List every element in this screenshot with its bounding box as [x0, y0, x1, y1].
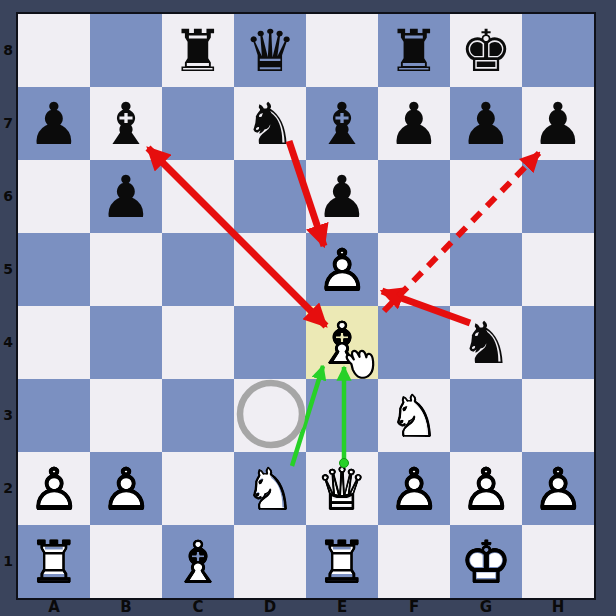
square-e7[interactable]: ♝ — [306, 87, 378, 160]
square-a2[interactable]: ♟♙ — [18, 452, 90, 525]
piece-outline: ♖ — [18, 525, 90, 598]
square-b6[interactable]: ♟ — [90, 160, 162, 233]
square-g4[interactable]: ♞ — [450, 306, 522, 379]
piece-outline: ♙ — [450, 452, 522, 525]
rank-label-2: 2 — [0, 478, 16, 498]
square-h2[interactable]: ♟♙ — [522, 452, 594, 525]
file-label-g: G — [450, 598, 522, 616]
piece-outline: ♗ — [162, 525, 234, 598]
piece-outline: ♗ — [306, 306, 378, 379]
file-label-a: A — [18, 598, 90, 616]
piece-outline: ♖ — [306, 525, 378, 598]
square-c6[interactable] — [162, 160, 234, 233]
piece-outline: ♕ — [306, 452, 378, 525]
piece-white-king-g1[interactable]: ♚♔ — [450, 525, 522, 598]
square-a6[interactable] — [18, 160, 90, 233]
piece-black-bishop-b7[interactable]: ♝ — [90, 87, 162, 160]
file-label-d: D — [234, 598, 306, 616]
square-c8[interactable]: ♜ — [162, 14, 234, 87]
square-a1[interactable]: ♜♖ — [18, 525, 90, 598]
piece-white-pawn-e5[interactable]: ♟♙ — [306, 233, 378, 306]
square-b4[interactable] — [90, 306, 162, 379]
square-h7[interactable]: ♟ — [522, 87, 594, 160]
rank-label-3: 3 — [0, 405, 16, 425]
square-b8[interactable] — [90, 14, 162, 87]
square-b3[interactable] — [90, 379, 162, 452]
square-b1[interactable] — [90, 525, 162, 598]
square-e3[interactable] — [306, 379, 378, 452]
piece-white-pawn-b2[interactable]: ♟♙ — [90, 452, 162, 525]
piece-black-king-g8[interactable]: ♚ — [450, 14, 522, 87]
piece-outline: ♙ — [378, 452, 450, 525]
square-c2[interactable] — [162, 452, 234, 525]
square-a3[interactable] — [18, 379, 90, 452]
piece-black-queen-d8[interactable]: ♛ — [234, 14, 306, 87]
piece-white-rook-e1[interactable]: ♜♖ — [306, 525, 378, 598]
piece-black-knight-d7[interactable]: ♞ — [234, 87, 306, 160]
piece-white-pawn-f2[interactable]: ♟♙ — [378, 452, 450, 525]
piece-black-knight-g4[interactable]: ♞ — [450, 306, 522, 379]
rank-label-6: 6 — [0, 186, 16, 206]
piece-white-queen-e2[interactable]: ♛♕ — [306, 452, 378, 525]
square-d2[interactable]: ♞♘ — [234, 452, 306, 525]
file-label-c: C — [162, 598, 234, 616]
chess-app: ♜♛♜♚♟♝♞♝♟♟♟♟♟♟♙♝♗♞♞♘♟♙♟♙♞♘♛♕♟♙♟♙♟♙♜♖♝♗♜♖… — [0, 0, 616, 616]
rank-label-4: 4 — [0, 332, 16, 352]
square-c3[interactable] — [162, 379, 234, 452]
square-g8[interactable]: ♚ — [450, 14, 522, 87]
chess-board: ♜♛♜♚♟♝♞♝♟♟♟♟♟♟♙♝♗♞♞♘♟♙♟♙♞♘♛♕♟♙♟♙♟♙♜♖♝♗♜♖… — [16, 12, 596, 600]
piece-outline: ♙ — [306, 233, 378, 306]
rank-label-5: 5 — [0, 259, 16, 279]
square-f8[interactable]: ♜ — [378, 14, 450, 87]
piece-black-pawn-g7[interactable]: ♟ — [450, 87, 522, 160]
square-e5[interactable]: ♟♙ — [306, 233, 378, 306]
piece-outline: ♙ — [18, 452, 90, 525]
square-e1[interactable]: ♜♖ — [306, 525, 378, 598]
square-h3[interactable] — [522, 379, 594, 452]
piece-outline: ♙ — [90, 452, 162, 525]
square-f7[interactable]: ♟ — [378, 87, 450, 160]
piece-outline: ♘ — [378, 379, 450, 452]
square-a8[interactable] — [18, 14, 90, 87]
file-label-h: H — [522, 598, 594, 616]
piece-black-pawn-b6[interactable]: ♟ — [90, 160, 162, 233]
square-e6[interactable]: ♟ — [306, 160, 378, 233]
square-f4[interactable] — [378, 306, 450, 379]
square-g7[interactable]: ♟ — [450, 87, 522, 160]
square-d8[interactable]: ♛ — [234, 14, 306, 87]
square-f1[interactable] — [378, 525, 450, 598]
square-b2[interactable]: ♟♙ — [90, 452, 162, 525]
piece-outline: ♙ — [522, 452, 594, 525]
piece-outline: ♘ — [234, 452, 306, 525]
square-g5[interactable] — [450, 233, 522, 306]
rank-label-8: 8 — [0, 40, 16, 60]
piece-white-pawn-a2[interactable]: ♟♙ — [18, 452, 90, 525]
rank-label-1: 1 — [0, 551, 16, 571]
piece-black-pawn-h7[interactable]: ♟ — [522, 87, 594, 160]
square-c4[interactable] — [162, 306, 234, 379]
square-d3[interactable] — [234, 379, 306, 452]
square-h6[interactable] — [522, 160, 594, 233]
square-b5[interactable] — [90, 233, 162, 306]
piece-outline: ♔ — [450, 525, 522, 598]
piece-black-rook-f8[interactable]: ♜ — [378, 14, 450, 87]
file-label-f: F — [378, 598, 450, 616]
square-a5[interactable] — [18, 233, 90, 306]
square-a4[interactable] — [18, 306, 90, 379]
square-c1[interactable]: ♝♗ — [162, 525, 234, 598]
piece-white-knight-f3[interactable]: ♞♘ — [378, 379, 450, 452]
piece-black-pawn-f7[interactable]: ♟ — [378, 87, 450, 160]
square-h5[interactable] — [522, 233, 594, 306]
square-d1[interactable] — [234, 525, 306, 598]
square-e8[interactable] — [306, 14, 378, 87]
square-g2[interactable]: ♟♙ — [450, 452, 522, 525]
square-h8[interactable] — [522, 14, 594, 87]
square-d5[interactable] — [234, 233, 306, 306]
square-c7[interactable] — [162, 87, 234, 160]
square-g1[interactable]: ♚♔ — [450, 525, 522, 598]
piece-white-rook-a1[interactable]: ♜♖ — [18, 525, 90, 598]
file-label-e: E — [306, 598, 378, 616]
square-g6[interactable] — [450, 160, 522, 233]
square-h4[interactable] — [522, 306, 594, 379]
square-f2[interactable]: ♟♙ — [378, 452, 450, 525]
square-g3[interactable] — [450, 379, 522, 452]
rank-label-7: 7 — [0, 113, 16, 133]
piece-white-pawn-h2[interactable]: ♟♙ — [522, 452, 594, 525]
piece-black-pawn-e6[interactable]: ♟ — [306, 160, 378, 233]
square-e4[interactable]: ♝♗ — [306, 306, 378, 379]
square-d7[interactable]: ♞ — [234, 87, 306, 160]
square-f6[interactable] — [378, 160, 450, 233]
square-e2[interactable]: ♛♕ — [306, 452, 378, 525]
file-label-b: B — [90, 598, 162, 616]
square-d6[interactable] — [234, 160, 306, 233]
square-f5[interactable] — [378, 233, 450, 306]
piece-white-bishop-c1[interactable]: ♝♗ — [162, 525, 234, 598]
square-h1[interactable] — [522, 525, 594, 598]
square-c5[interactable] — [162, 233, 234, 306]
square-d4[interactable] — [234, 306, 306, 379]
piece-white-knight-d2[interactable]: ♞♘ — [234, 452, 306, 525]
piece-white-pawn-g2[interactable]: ♟♙ — [450, 452, 522, 525]
piece-black-bishop-e7[interactable]: ♝ — [306, 87, 378, 160]
square-b7[interactable]: ♝ — [90, 87, 162, 160]
piece-black-pawn-a7[interactable]: ♟ — [18, 87, 90, 160]
square-a7[interactable]: ♟ — [18, 87, 90, 160]
piece-white-bishop-e4[interactable]: ♝♗ — [306, 306, 378, 379]
piece-black-rook-c8[interactable]: ♜ — [162, 14, 234, 87]
square-f3[interactable]: ♞♘ — [378, 379, 450, 452]
